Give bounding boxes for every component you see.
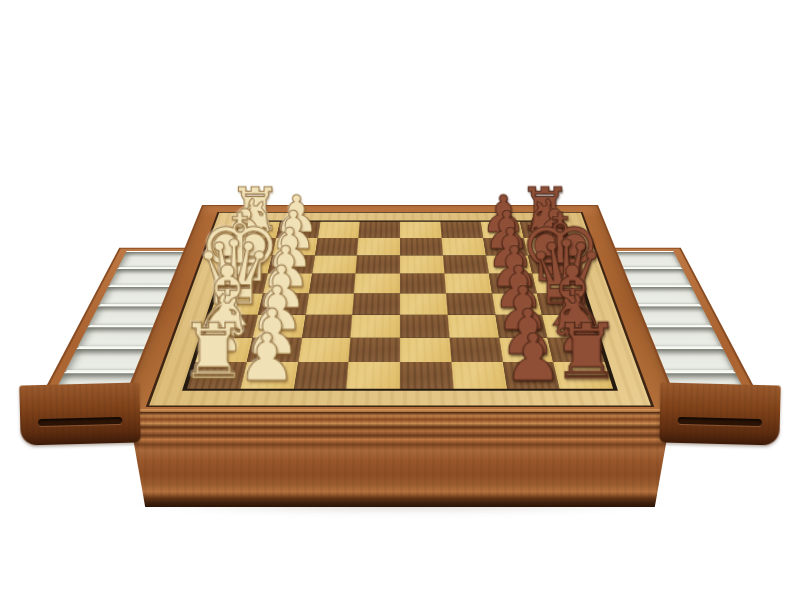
square-a7: ♟ — [502, 362, 559, 389]
piece-black-pawn-h7: ♟ — [480, 190, 526, 237]
square-h4 — [359, 222, 400, 238]
square-e8: ♚ — [533, 274, 583, 294]
right-drawer-front — [659, 382, 781, 445]
square-f3 — [312, 255, 358, 273]
square-f1: ♝ — [223, 255, 272, 273]
square-b5 — [400, 337, 451, 362]
square-d1: ♛ — [210, 293, 262, 314]
square-f8: ♝ — [528, 255, 577, 273]
square-a6 — [451, 362, 506, 389]
left-drawer-handle-slot — [38, 416, 122, 425]
square-b3 — [298, 337, 351, 362]
piece-black-bishop-f8: ♝ — [521, 204, 588, 273]
square-b7: ♟ — [498, 337, 553, 362]
square-c8: ♝ — [542, 315, 597, 338]
square-g2: ♟ — [272, 238, 317, 255]
square-f6 — [443, 255, 489, 273]
square-e4 — [354, 274, 400, 294]
square-c7: ♟ — [495, 315, 548, 338]
square-f5 — [400, 255, 444, 273]
right-drawer-handle-slot — [678, 416, 762, 425]
square-g3 — [315, 238, 359, 255]
square-d4 — [353, 293, 400, 314]
piece-white-pawn-h2: ♟ — [274, 190, 320, 237]
chess-board: ♜♟♟♜♞♟♟♞♝♟♟♝♚♟♟♚♛♟♟♛♝♟♟♝♞♟♟♞♜♟♟♜ — [187, 222, 613, 389]
square-b6 — [449, 337, 502, 362]
square-d7: ♟ — [491, 293, 542, 314]
chess-set-photo: ♜♟♟♜♞♟♟♞♝♟♟♝♚♟♟♚♛♟♟♛♝♟♟♝♞♟♟♞♜♟♟♜ — [0, 0, 800, 600]
piece-black-rook-h8: ♜ — [518, 182, 571, 237]
square-c5 — [400, 315, 449, 338]
square-h2: ♟ — [276, 222, 320, 238]
square-a4 — [347, 362, 400, 389]
square-h3 — [317, 222, 360, 238]
piece-white-rook-h1: ♜ — [229, 182, 282, 237]
chess-case-scene: ♜♟♟♜♞♟♟♞♝♟♟♝♚♟♟♚♛♟♟♛♝♟♟♝♞♟♟♞♜♟♟♜ — [0, 0, 800, 600]
square-e1: ♚ — [217, 274, 267, 294]
square-f4 — [356, 255, 400, 273]
case-front-molding — [120, 412, 680, 507]
square-d8: ♛ — [537, 293, 589, 314]
square-g8: ♞ — [524, 238, 571, 255]
square-b8: ♞ — [548, 337, 605, 362]
square-d3 — [305, 293, 354, 314]
piece-white-pawn-a2: ♟ — [238, 327, 297, 388]
square-a1: ♜ — [187, 362, 247, 389]
square-a5 — [400, 362, 453, 389]
square-g6 — [441, 238, 485, 255]
square-d6 — [446, 293, 495, 314]
square-c4 — [351, 315, 400, 338]
square-f2: ♟ — [267, 255, 314, 273]
square-a8: ♜ — [554, 362, 614, 389]
square-c2: ♟ — [252, 315, 305, 338]
board-boundary-line: ♜♟♟♜♞♟♟♞♝♟♟♝♚♟♟♚♛♟♟♛♝♟♟♝♞♟♟♞♜♟♟♜ — [182, 221, 618, 391]
board-recess: ♜♟♟♜♞♟♟♞♝♟♟♝♚♟♟♚♛♟♟♛♝♟♟♝♞♟♟♞♜♟♟♜ — [146, 212, 655, 407]
square-d5 — [400, 293, 447, 314]
square-c1: ♝ — [203, 315, 258, 338]
square-g1: ♞ — [229, 238, 276, 255]
square-b2: ♟ — [246, 337, 301, 362]
chess-case-top: ♜♟♟♜♞♟♟♞♝♟♟♝♚♟♟♚♛♟♟♛♝♟♟♝♞♟♟♞♜♟♟♜ — [115, 205, 686, 421]
square-e2: ♟ — [263, 274, 312, 294]
left-drawer-front — [19, 382, 141, 445]
square-h6 — [440, 222, 483, 238]
square-g5 — [400, 238, 443, 255]
square-c3 — [302, 315, 353, 338]
board-maple-border: ♜♟♟♜♞♟♟♞♝♟♟♝♚♟♟♚♛♟♟♛♝♟♟♝♞♟♟♞♜♟♟♜ — [149, 213, 651, 406]
square-e6 — [444, 274, 491, 294]
square-h7: ♟ — [480, 222, 524, 238]
piece-black-pawn-a7: ♟ — [503, 327, 562, 388]
square-e7: ♟ — [488, 274, 537, 294]
square-h1: ♜ — [235, 222, 280, 238]
piece-white-bishop-f1: ♝ — [212, 204, 279, 273]
square-a3 — [293, 362, 348, 389]
square-c6 — [447, 315, 498, 338]
square-h5 — [400, 222, 441, 238]
square-e3 — [309, 274, 356, 294]
square-b1: ♞ — [195, 337, 252, 362]
square-b4 — [349, 337, 400, 362]
square-f7: ♟ — [485, 255, 532, 273]
square-d2: ♟ — [258, 293, 309, 314]
square-g7: ♟ — [483, 238, 528, 255]
square-g4 — [357, 238, 400, 255]
square-a2: ♟ — [240, 362, 297, 389]
square-e5 — [400, 274, 446, 294]
square-h8: ♜ — [520, 222, 565, 238]
